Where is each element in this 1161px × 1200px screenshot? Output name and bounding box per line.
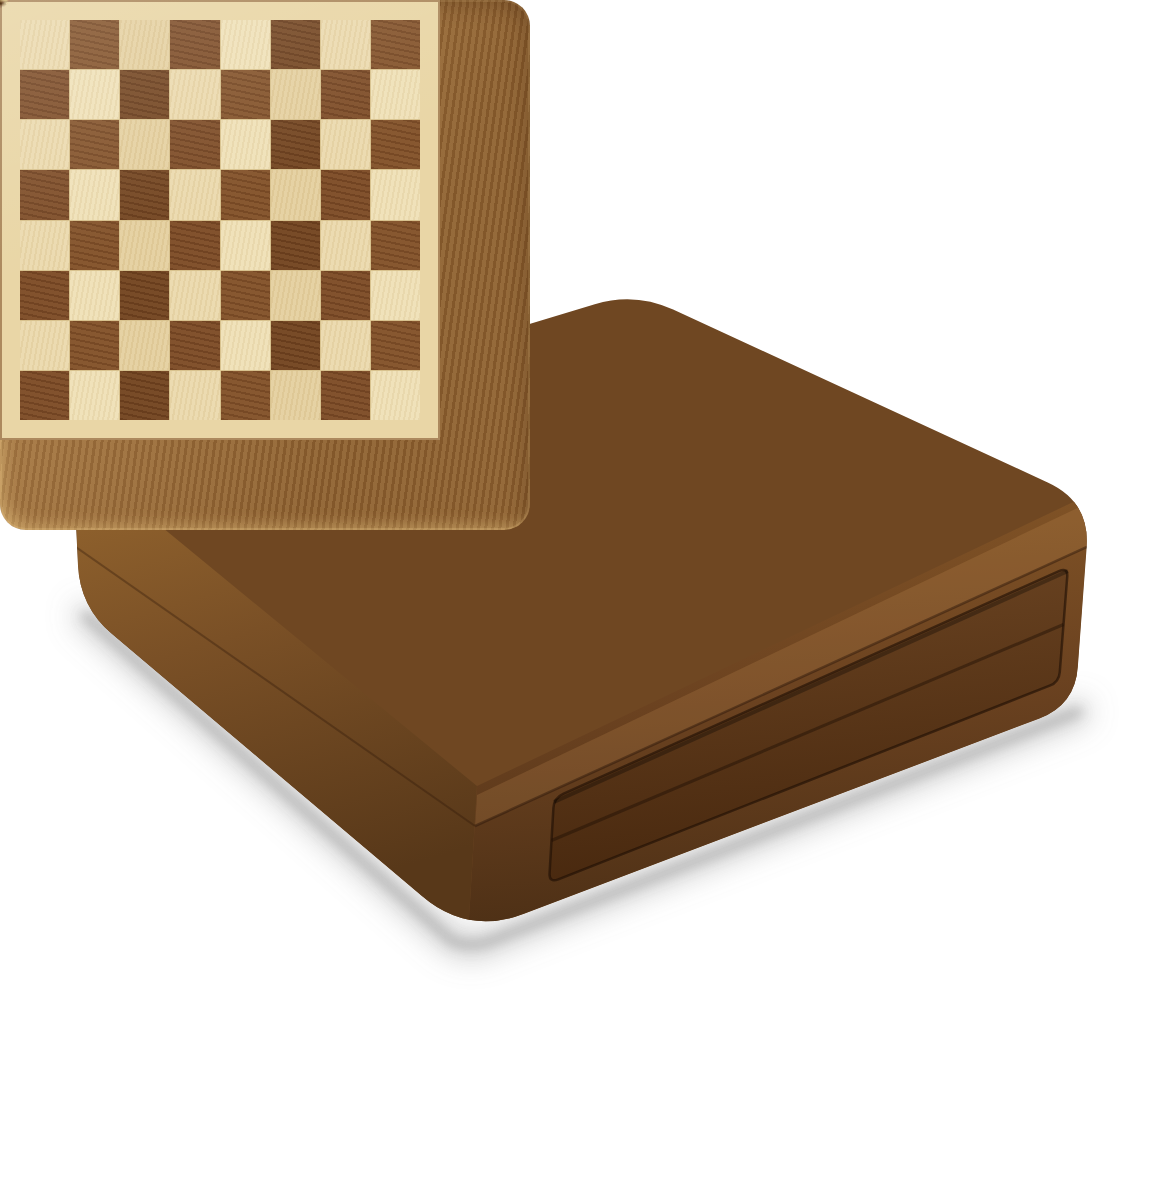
square-h5[interactable] (371, 170, 420, 219)
square-f5[interactable] (271, 170, 320, 219)
square-g1[interactable] (321, 371, 370, 420)
square-f1[interactable] (271, 371, 320, 420)
square-c5[interactable] (120, 170, 169, 219)
square-e3[interactable] (221, 271, 270, 320)
square-d4[interactable] (170, 221, 219, 270)
square-h7[interactable] (371, 70, 420, 119)
piece-white-rook-h1[interactable]: ♜ (0, 0, 7, 2)
square-d2[interactable] (170, 321, 219, 370)
square-d1[interactable] (170, 371, 219, 420)
square-g4[interactable] (321, 221, 370, 270)
square-g2[interactable] (321, 321, 370, 370)
square-f3[interactable] (271, 271, 320, 320)
square-c3[interactable] (120, 271, 169, 320)
square-h2[interactable] (371, 321, 420, 370)
chessboard-grid (20, 20, 420, 420)
square-h4[interactable] (371, 221, 420, 270)
square-h3[interactable] (371, 271, 420, 320)
square-b5[interactable] (70, 170, 119, 219)
square-c4[interactable] (120, 221, 169, 270)
square-d7[interactable] (170, 70, 219, 119)
square-e1[interactable] (221, 371, 270, 420)
square-a6[interactable] (20, 120, 69, 169)
square-b8[interactable] (70, 20, 119, 69)
square-d5[interactable] (170, 170, 219, 219)
square-a3[interactable] (20, 271, 69, 320)
square-d3[interactable] (170, 271, 219, 320)
travel-chess-set-photo: ♜♞♝♛♚♝♞♜♟♟♟♟♟♟♟♟♟♟♟♟♟♟♟♟♜♞♝♛♚♝♞♜ (0, 0, 1161, 1200)
square-f7[interactable] (271, 70, 320, 119)
square-a8[interactable] (20, 20, 69, 69)
square-e8[interactable] (221, 20, 270, 69)
square-c2[interactable] (120, 321, 169, 370)
square-h1[interactable] (371, 371, 420, 420)
square-a5[interactable] (20, 170, 69, 219)
square-e6[interactable] (221, 120, 270, 169)
square-h6[interactable] (371, 120, 420, 169)
square-h8[interactable] (371, 20, 420, 69)
square-b4[interactable] (70, 221, 119, 270)
square-c6[interactable] (120, 120, 169, 169)
square-f2[interactable] (271, 321, 320, 370)
square-a4[interactable] (20, 221, 69, 270)
square-a2[interactable] (20, 321, 69, 370)
square-a1[interactable] (20, 371, 69, 420)
square-e4[interactable] (221, 221, 270, 270)
square-c1[interactable] (120, 371, 169, 420)
square-g5[interactable] (321, 170, 370, 219)
square-g7[interactable] (321, 70, 370, 119)
square-g6[interactable] (321, 120, 370, 169)
square-e7[interactable] (221, 70, 270, 119)
square-d6[interactable] (170, 120, 219, 169)
square-f4[interactable] (271, 221, 320, 270)
square-c7[interactable] (120, 70, 169, 119)
square-b1[interactable] (70, 371, 119, 420)
square-f8[interactable] (271, 20, 320, 69)
square-f6[interactable] (271, 120, 320, 169)
square-e2[interactable] (221, 321, 270, 370)
square-b6[interactable] (70, 120, 119, 169)
square-g3[interactable] (321, 271, 370, 320)
square-e5[interactable] (221, 170, 270, 219)
square-b2[interactable] (70, 321, 119, 370)
square-b7[interactable] (70, 70, 119, 119)
square-c8[interactable] (120, 20, 169, 69)
square-a7[interactable] (20, 70, 69, 119)
square-g8[interactable] (321, 20, 370, 69)
square-b3[interactable] (70, 271, 119, 320)
square-d8[interactable] (170, 20, 219, 69)
chessboard-frame (0, 0, 440, 440)
